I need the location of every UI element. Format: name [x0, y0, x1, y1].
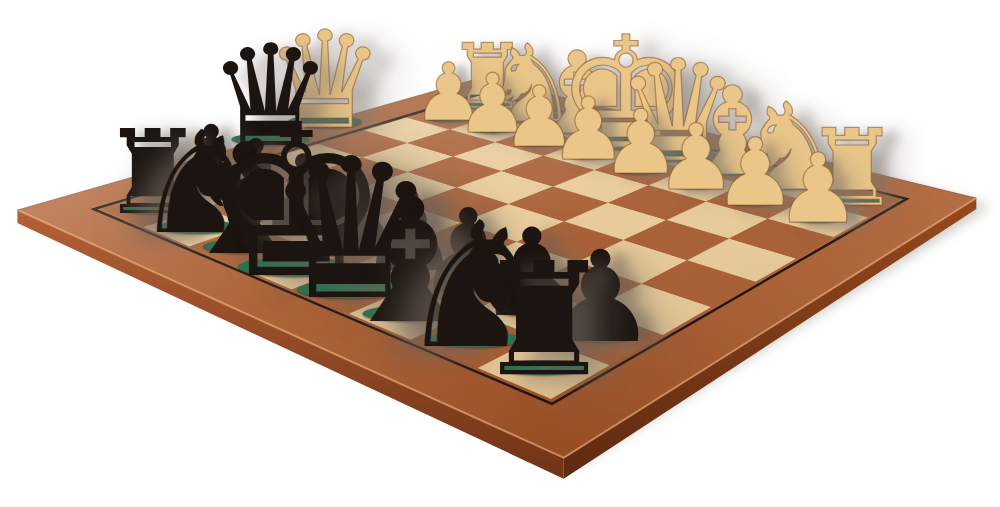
pieces-layer: ♜♞♟♛♝♟♛♚♟♛♟♝♟♞♟♟♜♟♟♜♟♟♞♟♝♟♚♟♛♟♝♟♞♜ [0, 0, 1000, 507]
black-rook-icon: ♜ [474, 242, 614, 398]
white-pawn-icon: ♟ [775, 141, 861, 237]
chess-product-photo: ♜♞♟♛♝♟♛♚♟♛♟♝♟♞♟♟♜♟♟♜♟♟♞♟♝♟♚♟♛♟♝♟♞♜ [0, 0, 1000, 507]
